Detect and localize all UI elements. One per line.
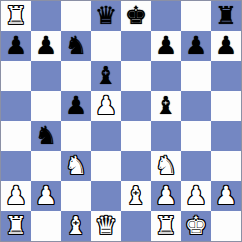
piece-black-pawn[interactable]: ♟ [215, 33, 237, 58]
square-b2[interactable]: ♟ [31, 181, 61, 211]
piece-white-knight[interactable]: ♞ [65, 153, 87, 178]
square-c5[interactable]: ♟ [61, 91, 91, 121]
square-d8[interactable]: ♛ [91, 1, 121, 31]
piece-black-rook[interactable]: ♜ [215, 3, 237, 28]
square-g6[interactable] [181, 61, 211, 91]
square-e2[interactable]: ♝ [121, 181, 151, 211]
square-h6[interactable] [211, 61, 241, 91]
square-e3[interactable] [121, 151, 151, 181]
square-f4[interactable] [151, 121, 181, 151]
square-d6[interactable]: ♝ [91, 61, 121, 91]
square-f6[interactable] [151, 61, 181, 91]
square-b3[interactable] [31, 151, 61, 181]
square-g2[interactable]: ♟ [181, 181, 211, 211]
piece-white-queen[interactable]: ♛ [95, 213, 117, 238]
square-c7[interactable]: ♞ [61, 31, 91, 61]
piece-white-knight[interactable]: ♞ [155, 153, 177, 178]
square-a7[interactable]: ♟ [1, 31, 31, 61]
square-d4[interactable] [91, 121, 121, 151]
square-f7[interactable]: ♟ [151, 31, 181, 61]
piece-white-pawn[interactable]: ♟ [95, 93, 117, 118]
square-b7[interactable]: ♟ [31, 31, 61, 61]
square-a5[interactable] [1, 91, 31, 121]
square-a6[interactable] [1, 61, 31, 91]
square-h1[interactable] [211, 211, 241, 241]
piece-black-bishop[interactable]: ♝ [95, 63, 117, 88]
square-h2[interactable]: ♟ [211, 181, 241, 211]
square-c8[interactable] [61, 1, 91, 31]
piece-black-bishop[interactable]: ♝ [155, 93, 177, 118]
piece-white-bishop[interactable]: ♝ [65, 213, 87, 238]
piece-white-king[interactable]: ♚ [185, 213, 207, 238]
square-d2[interactable] [91, 181, 121, 211]
piece-black-pawn[interactable]: ♟ [65, 93, 87, 118]
piece-black-pawn[interactable]: ♟ [5, 33, 27, 58]
square-c1[interactable]: ♝ [61, 211, 91, 241]
square-a1[interactable]: ♜ [1, 211, 31, 241]
square-g3[interactable] [181, 151, 211, 181]
square-a8[interactable]: ♜ [1, 1, 31, 31]
piece-white-pawn[interactable]: ♟ [215, 183, 237, 208]
piece-white-bishop[interactable]: ♝ [125, 183, 147, 208]
square-d1[interactable]: ♛ [91, 211, 121, 241]
piece-black-pawn[interactable]: ♟ [155, 33, 177, 58]
square-c4[interactable] [61, 121, 91, 151]
square-h8[interactable]: ♜ [211, 1, 241, 31]
square-h5[interactable] [211, 91, 241, 121]
square-f1[interactable]: ♜ [151, 211, 181, 241]
piece-black-knight[interactable]: ♞ [65, 33, 87, 58]
square-b5[interactable] [31, 91, 61, 121]
square-g7[interactable]: ♟ [181, 31, 211, 61]
square-b1[interactable] [31, 211, 61, 241]
square-e8[interactable]: ♚ [121, 1, 151, 31]
piece-black-pawn[interactable]: ♟ [185, 33, 207, 58]
piece-white-rook[interactable]: ♜ [155, 213, 177, 238]
piece-white-pawn[interactable]: ♟ [185, 183, 207, 208]
square-a2[interactable]: ♟ [1, 181, 31, 211]
square-g5[interactable] [181, 91, 211, 121]
piece-white-rook[interactable]: ♜ [5, 213, 27, 238]
piece-white-pawn[interactable]: ♟ [35, 183, 57, 208]
square-g1[interactable]: ♚ [181, 211, 211, 241]
square-e1[interactable] [121, 211, 151, 241]
piece-black-pawn[interactable]: ♟ [35, 33, 57, 58]
square-c2[interactable] [61, 181, 91, 211]
square-b4[interactable]: ♞ [31, 121, 61, 151]
square-c6[interactable] [61, 61, 91, 91]
square-h3[interactable] [211, 151, 241, 181]
square-f8[interactable] [151, 1, 181, 31]
square-h4[interactable] [211, 121, 241, 151]
square-e6[interactable] [121, 61, 151, 91]
piece-black-knight[interactable]: ♞ [35, 123, 57, 148]
piece-white-rook[interactable]: ♜ [5, 3, 27, 28]
square-d7[interactable] [91, 31, 121, 61]
square-d5[interactable]: ♟ [91, 91, 121, 121]
square-c3[interactable]: ♞ [61, 151, 91, 181]
square-b8[interactable] [31, 1, 61, 31]
piece-white-pawn[interactable]: ♟ [5, 183, 27, 208]
piece-white-pawn[interactable]: ♟ [155, 183, 177, 208]
square-f3[interactable]: ♞ [151, 151, 181, 181]
square-f2[interactable]: ♟ [151, 181, 181, 211]
square-a4[interactable] [1, 121, 31, 151]
square-b6[interactable] [31, 61, 61, 91]
piece-black-king[interactable]: ♚ [125, 3, 147, 28]
square-g4[interactable] [181, 121, 211, 151]
square-d3[interactable] [91, 151, 121, 181]
square-g8[interactable] [181, 1, 211, 31]
square-e7[interactable] [121, 31, 151, 61]
square-f5[interactable]: ♝ [151, 91, 181, 121]
chess-board: ♜♛♚♜♟♟♞♟♟♟♝♟♟♝♞♞♞♟♟♝♟♟♟♜♝♛♜♚ [0, 0, 242, 242]
square-e5[interactable] [121, 91, 151, 121]
square-a3[interactable] [1, 151, 31, 181]
square-h7[interactable]: ♟ [211, 31, 241, 61]
square-e4[interactable] [121, 121, 151, 151]
piece-black-queen[interactable]: ♛ [95, 3, 117, 28]
